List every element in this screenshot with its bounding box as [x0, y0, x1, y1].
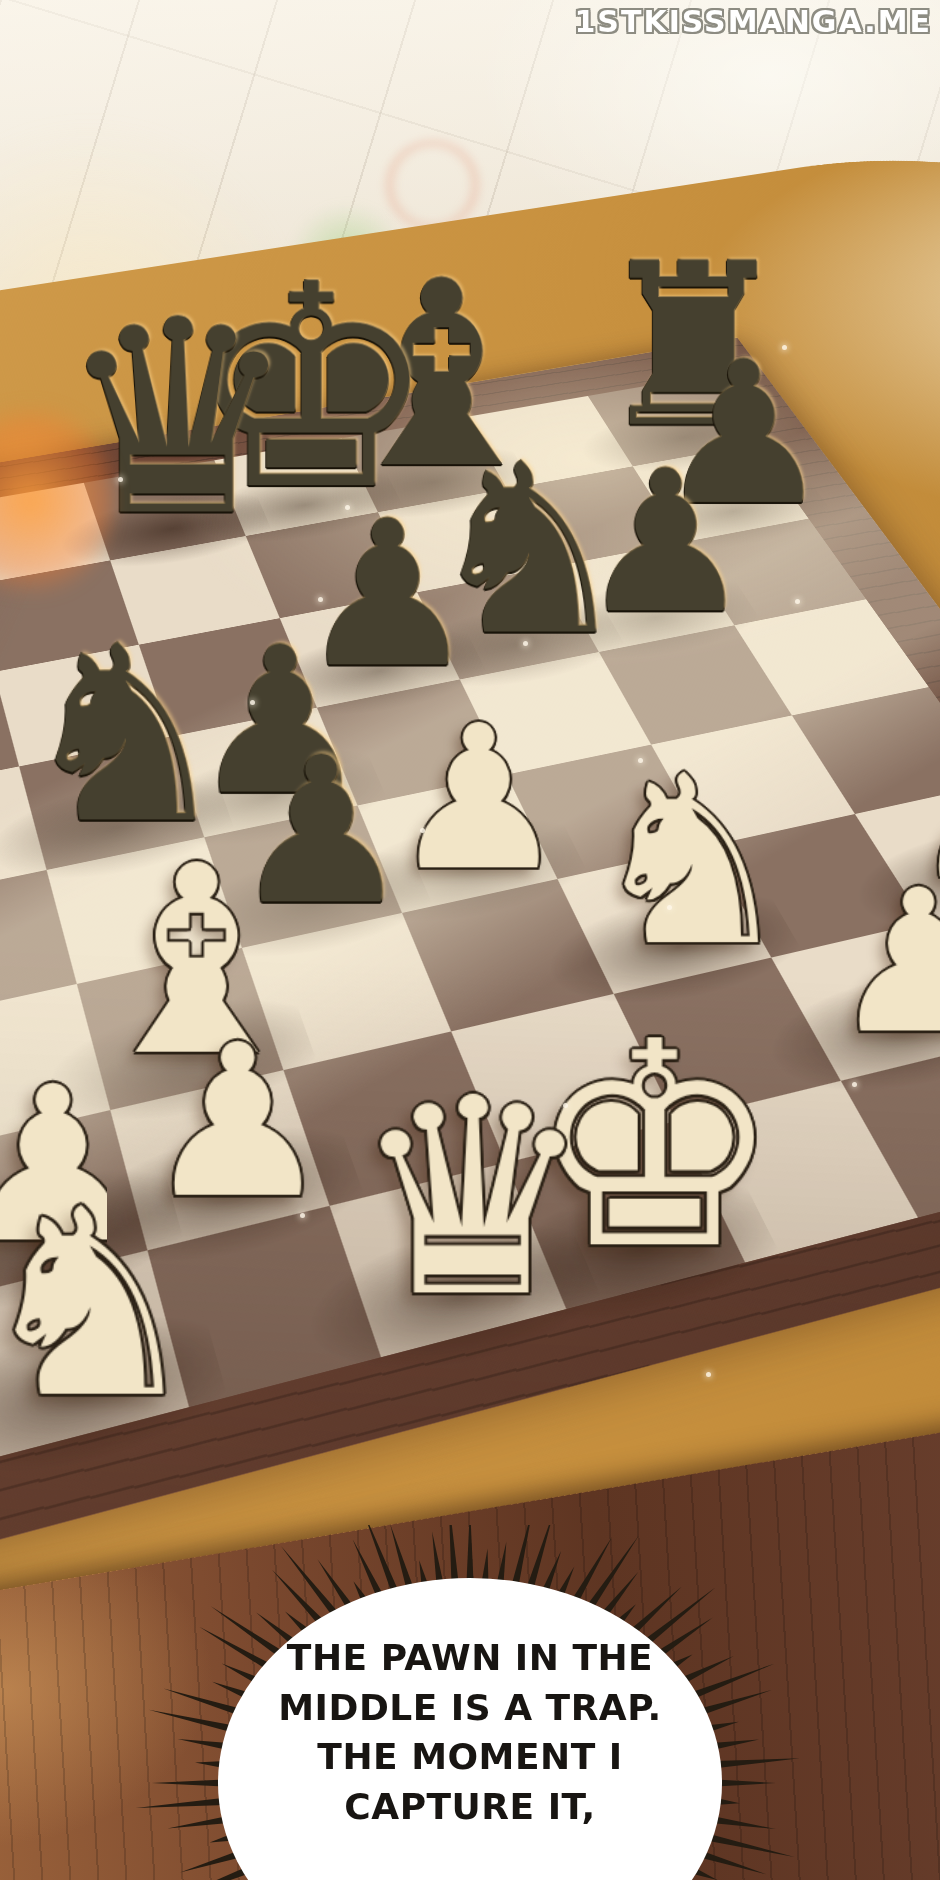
speech-bubble: THE PAWN IN THEMIDDLE IS A TRAP.THE MOME… — [110, 1525, 830, 1880]
white-knight: ♞ — [0, 1182, 205, 1428]
piece-spot: ♞ — [557, 846, 771, 994]
white-pawn: ♟ — [389, 703, 568, 892]
speech-line: MIDDLE IS A TRAP. — [190, 1683, 750, 1733]
black-queen: ♛ — [57, 291, 297, 546]
comic-panel: { "game": "chess", "position": "3qkb1r/7… — [0, 0, 940, 1880]
speech-line: THE PAWN IN THE — [190, 1633, 750, 1683]
white-pawn: ♟ — [830, 869, 940, 1057]
speech-line: CAPTURE IT, — [190, 1782, 750, 1832]
board-perspective-plane: ♛♚♝♜♟♟♞♟♞♟♟♟♝♞♟♟♟♟♞♛♚ — [0, 375, 940, 1512]
piece-spot: ♛ — [84, 460, 246, 560]
watermark: 1STKISSMANGA.ME — [574, 4, 932, 39]
white-knight: ♞ — [586, 750, 795, 972]
speech-bubble-text: THE PAWN IN THEMIDDLE IS A TRAP.THE MOME… — [190, 1633, 750, 1832]
white-queen: ♛ — [351, 1070, 595, 1328]
speech-line: THE MOMENT I — [190, 1732, 750, 1782]
piece-spot: ♞ — [0, 1250, 189, 1459]
